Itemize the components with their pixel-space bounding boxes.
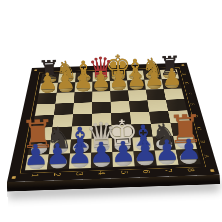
square-b6 <box>55 92 74 103</box>
square-c5 <box>73 102 92 114</box>
square-g7: ♟ <box>144 79 163 90</box>
square-f6 <box>128 90 147 101</box>
frame-ornament-icon <box>12 176 17 179</box>
square-h1: ♟ <box>176 149 201 165</box>
frame-ornament-icon <box>210 169 215 172</box>
square-a6 <box>37 93 57 104</box>
board-grid: ♜♞♝♛♚♝♞♜♟♟♟♟♟♟♟♟♜♞♝♛♚♝♞♜♟♟♟♟♟♟♟♟ <box>25 69 201 170</box>
right-coordinate-label-H: H <box>175 71 194 77</box>
photo-scene: ♜♞♝♛♚♝♞♜♟♟♟♟♟♟♟♟♜♞♝♛♚♝♞♜♟♟♟♟♟♟♟♟ 1234567… <box>0 0 222 222</box>
product-photo: ♜♞♝♛♚♝♞♜♟♟♟♟♟♟♟♟♜♞♝♛♚♝♞♜♟♟♟♟♟♟♟♟ 1234567… <box>0 0 222 222</box>
square-b5 <box>54 103 74 115</box>
square-c6 <box>74 92 93 103</box>
square-g6 <box>146 89 166 100</box>
square-d1: ♟ <box>91 152 113 168</box>
board-perspective-wrapper: ♜♞♝♛♚♝♞♜♟♟♟♟♟♟♟♟♜♞♝♛♚♝♞♜♟♟♟♟♟♟♟♟ 1234567… <box>18 20 203 205</box>
square-e6 <box>110 90 129 101</box>
square-f1: ♟ <box>134 151 157 167</box>
piece-h1-near-pawn: ♟ <box>176 136 202 164</box>
right-coordinate-label-F: F <box>180 90 200 97</box>
square-f5 <box>129 100 149 112</box>
square-g1: ♟ <box>155 150 179 166</box>
square-e1: ♟ <box>112 151 134 167</box>
square-g5 <box>147 100 168 112</box>
right-coordinate-label-G: G <box>178 80 197 86</box>
chess-board: ♜♞♝♛♚♝♞♜♟♟♟♟♟♟♟♟♜♞♝♛♚♝♞♜♟♟♟♟♟♟♟♟ 1234567… <box>7 63 220 182</box>
square-d6 <box>92 91 110 102</box>
